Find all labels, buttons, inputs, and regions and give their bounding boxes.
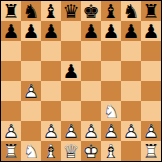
square-h5[interactable] — [141, 61, 161, 81]
square-c5[interactable] — [41, 61, 61, 81]
piece-glyph-outline: ♔ — [81, 141, 101, 161]
square-c7[interactable]: ♟ — [41, 21, 61, 41]
white-king[interactable]: ♚♔ — [81, 141, 101, 161]
piece-glyph-fill: ♜ — [141, 1, 161, 21]
square-g8[interactable]: ♞ — [121, 1, 141, 21]
white-pawn[interactable]: ♟♙ — [1, 121, 21, 141]
white-queen[interactable]: ♛♕ — [61, 141, 81, 161]
square-f6[interactable] — [101, 41, 121, 61]
square-c6[interactable] — [41, 41, 61, 61]
black-pawn[interactable]: ♟ — [1, 21, 21, 41]
square-d4[interactable] — [61, 81, 81, 101]
square-f3[interactable]: ♞♘ — [101, 101, 121, 121]
square-d3[interactable] — [61, 101, 81, 121]
piece-glyph-outline: ♘ — [21, 141, 41, 161]
square-h7[interactable]: ♟ — [141, 21, 161, 41]
square-e8[interactable]: ♚ — [81, 1, 101, 21]
chess-board-frame: ♜♞♝♛♚♝♞♜♟♟♟♟♟♟♟♟♟♙♞♘♟♙♟♙♟♙♟♙♟♙♟♙♟♙♜♖♞♘♝♗… — [0, 0, 162, 162]
white-rook[interactable]: ♜♖ — [1, 141, 21, 161]
square-h6[interactable] — [141, 41, 161, 61]
square-f8[interactable]: ♝ — [101, 1, 121, 21]
white-pawn[interactable]: ♟♙ — [41, 121, 61, 141]
piece-glyph-outline: ♙ — [41, 121, 61, 141]
piece-glyph-fill: ♝ — [41, 1, 61, 21]
white-pawn[interactable]: ♟♙ — [141, 121, 161, 141]
black-pawn[interactable]: ♟ — [141, 21, 161, 41]
black-bishop[interactable]: ♝ — [101, 1, 121, 21]
square-a3[interactable] — [1, 101, 21, 121]
square-b3[interactable] — [21, 101, 41, 121]
square-c2[interactable]: ♟♙ — [41, 121, 61, 141]
square-f2[interactable]: ♟♙ — [101, 121, 121, 141]
chess-board: ♜♞♝♛♚♝♞♜♟♟♟♟♟♟♟♟♟♙♞♘♟♙♟♙♟♙♟♙♟♙♟♙♟♙♜♖♞♘♝♗… — [1, 1, 161, 161]
piece-glyph-fill: ♟ — [21, 21, 41, 41]
black-pawn[interactable]: ♟ — [101, 21, 121, 41]
square-c8[interactable]: ♝ — [41, 1, 61, 21]
square-d6[interactable] — [61, 41, 81, 61]
square-c1[interactable]: ♝♗ — [41, 141, 61, 161]
white-pawn[interactable]: ♟♙ — [21, 81, 41, 101]
square-f4[interactable] — [101, 81, 121, 101]
white-pawn[interactable]: ♟♙ — [61, 121, 81, 141]
white-bishop[interactable]: ♝♗ — [41, 141, 61, 161]
square-g5[interactable] — [121, 61, 141, 81]
square-h2[interactable]: ♟♙ — [141, 121, 161, 141]
square-a1[interactable]: ♜♖ — [1, 141, 21, 161]
piece-glyph-fill: ♝ — [101, 1, 121, 21]
square-f1[interactable]: ♝♗ — [101, 141, 121, 161]
square-b2[interactable] — [21, 121, 41, 141]
piece-glyph-outline: ♖ — [141, 141, 161, 161]
black-pawn[interactable]: ♟ — [41, 21, 61, 41]
square-a7[interactable]: ♟ — [1, 21, 21, 41]
black-rook[interactable]: ♜ — [141, 1, 161, 21]
white-bishop[interactable]: ♝♗ — [101, 141, 121, 161]
piece-glyph-fill: ♟ — [81, 21, 101, 41]
black-pawn[interactable]: ♟ — [121, 21, 141, 41]
piece-glyph-fill: ♜ — [1, 1, 21, 21]
piece-glyph-fill: ♞ — [21, 1, 41, 21]
square-d1[interactable]: ♛♕ — [61, 141, 81, 161]
black-pawn[interactable]: ♟ — [81, 21, 101, 41]
black-queen[interactable]: ♛ — [61, 1, 81, 21]
piece-glyph-outline: ♘ — [101, 101, 121, 121]
square-g4[interactable] — [121, 81, 141, 101]
piece-glyph-fill: ♟ — [1, 21, 21, 41]
square-d8[interactable]: ♛ — [61, 1, 81, 21]
white-pawn[interactable]: ♟♙ — [81, 121, 101, 141]
square-e7[interactable]: ♟ — [81, 21, 101, 41]
piece-glyph-fill: ♛ — [61, 1, 81, 21]
square-b8[interactable]: ♞ — [21, 1, 41, 21]
square-g2[interactable]: ♟♙ — [121, 121, 141, 141]
piece-glyph-outline: ♖ — [1, 141, 21, 161]
square-a2[interactable]: ♟♙ — [1, 121, 21, 141]
square-e6[interactable] — [81, 41, 101, 61]
square-d2[interactable]: ♟♙ — [61, 121, 81, 141]
square-b5[interactable] — [21, 61, 41, 81]
square-e4[interactable] — [81, 81, 101, 101]
square-f7[interactable]: ♟ — [101, 21, 121, 41]
square-d7[interactable] — [61, 21, 81, 41]
square-h4[interactable] — [141, 81, 161, 101]
black-rook[interactable]: ♜ — [1, 1, 21, 21]
white-rook[interactable]: ♜♖ — [141, 141, 161, 161]
piece-glyph-outline: ♙ — [101, 121, 121, 141]
piece-glyph-fill: ♟ — [61, 61, 81, 81]
square-e1[interactable]: ♚♔ — [81, 141, 101, 161]
square-e5[interactable] — [81, 61, 101, 81]
square-a6[interactable] — [1, 41, 21, 61]
piece-glyph-outline: ♗ — [41, 141, 61, 161]
square-f5[interactable] — [101, 61, 121, 81]
square-d5[interactable]: ♟ — [61, 61, 81, 81]
piece-glyph-outline: ♕ — [61, 141, 81, 161]
piece-glyph-outline: ♙ — [141, 121, 161, 141]
square-g3[interactable] — [121, 101, 141, 121]
piece-glyph-fill: ♞ — [121, 1, 141, 21]
black-king[interactable]: ♚ — [81, 1, 101, 21]
black-pawn[interactable]: ♟ — [21, 21, 41, 41]
square-c3[interactable] — [41, 101, 61, 121]
white-pawn[interactable]: ♟♙ — [121, 121, 141, 141]
piece-glyph-fill: ♟ — [121, 21, 141, 41]
square-g1[interactable] — [121, 141, 141, 161]
piece-glyph-fill: ♚ — [81, 1, 101, 21]
black-pawn[interactable]: ♟ — [61, 61, 81, 81]
square-a5[interactable] — [1, 61, 21, 81]
square-b7[interactable]: ♟ — [21, 21, 41, 41]
piece-glyph-outline: ♙ — [121, 121, 141, 141]
black-bishop[interactable]: ♝ — [41, 1, 61, 21]
square-a8[interactable]: ♜ — [1, 1, 21, 21]
square-g7[interactable]: ♟ — [121, 21, 141, 41]
white-knight[interactable]: ♞♘ — [101, 101, 121, 121]
square-e3[interactable] — [81, 101, 101, 121]
black-knight[interactable]: ♞ — [121, 1, 141, 21]
piece-glyph-outline: ♗ — [101, 141, 121, 161]
square-h3[interactable] — [141, 101, 161, 121]
piece-glyph-fill: ♟ — [41, 21, 61, 41]
square-b1[interactable]: ♞♘ — [21, 141, 41, 161]
piece-glyph-outline: ♙ — [21, 81, 41, 101]
square-h8[interactable]: ♜ — [141, 1, 161, 21]
square-a4[interactable] — [1, 81, 21, 101]
white-knight[interactable]: ♞♘ — [21, 141, 41, 161]
square-c4[interactable] — [41, 81, 61, 101]
square-g6[interactable] — [121, 41, 141, 61]
white-pawn[interactable]: ♟♙ — [101, 121, 121, 141]
piece-glyph-fill: ♟ — [141, 21, 161, 41]
black-knight[interactable]: ♞ — [21, 1, 41, 21]
piece-glyph-outline: ♙ — [61, 121, 81, 141]
square-e2[interactable]: ♟♙ — [81, 121, 101, 141]
square-b4[interactable]: ♟♙ — [21, 81, 41, 101]
piece-glyph-fill: ♟ — [101, 21, 121, 41]
square-h1[interactable]: ♜♖ — [141, 141, 161, 161]
piece-glyph-outline: ♙ — [81, 121, 101, 141]
square-b6[interactable] — [21, 41, 41, 61]
piece-glyph-outline: ♙ — [1, 121, 21, 141]
